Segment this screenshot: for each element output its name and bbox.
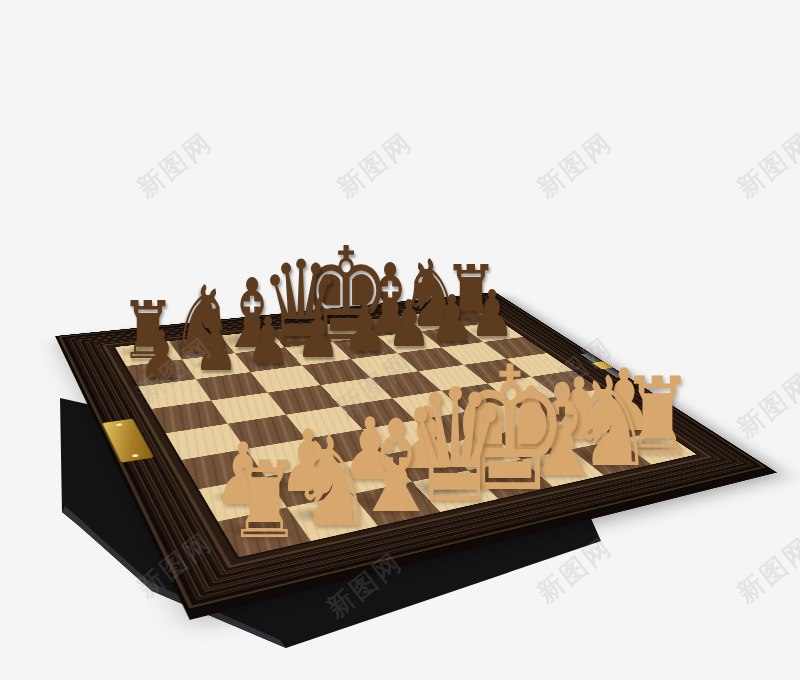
watermark-text: 新图网 <box>330 124 420 205</box>
black-pawn-glyph: ♟ <box>342 297 387 362</box>
watermark-text: 新图网 <box>530 124 620 205</box>
scene: ♜♞♝♛♚♝♞♜♟♟♟♟♟♟♟♟♟♟♟♟♟♟♟♟♜♞♝♛♚♝♞♜ 新图网新图网新… <box>0 0 800 680</box>
black-pawn-glyph: ♟ <box>193 315 238 380</box>
black-pawn-glyph: ♟ <box>295 303 340 368</box>
white-knight-glyph: ♞ <box>289 420 376 544</box>
watermark-text: 新图网 <box>730 364 800 445</box>
white-rook-glyph: ♜ <box>227 449 301 555</box>
watermark-text: 新图网 <box>130 124 220 205</box>
watermark-text: 新图网 <box>730 529 800 610</box>
black-pawn-glyph: ♟ <box>138 322 183 387</box>
black-pawn-glyph: ♟ <box>246 309 291 374</box>
watermark-text: 新图网 <box>730 124 800 205</box>
black-pawn-glyph: ♟ <box>387 292 432 357</box>
